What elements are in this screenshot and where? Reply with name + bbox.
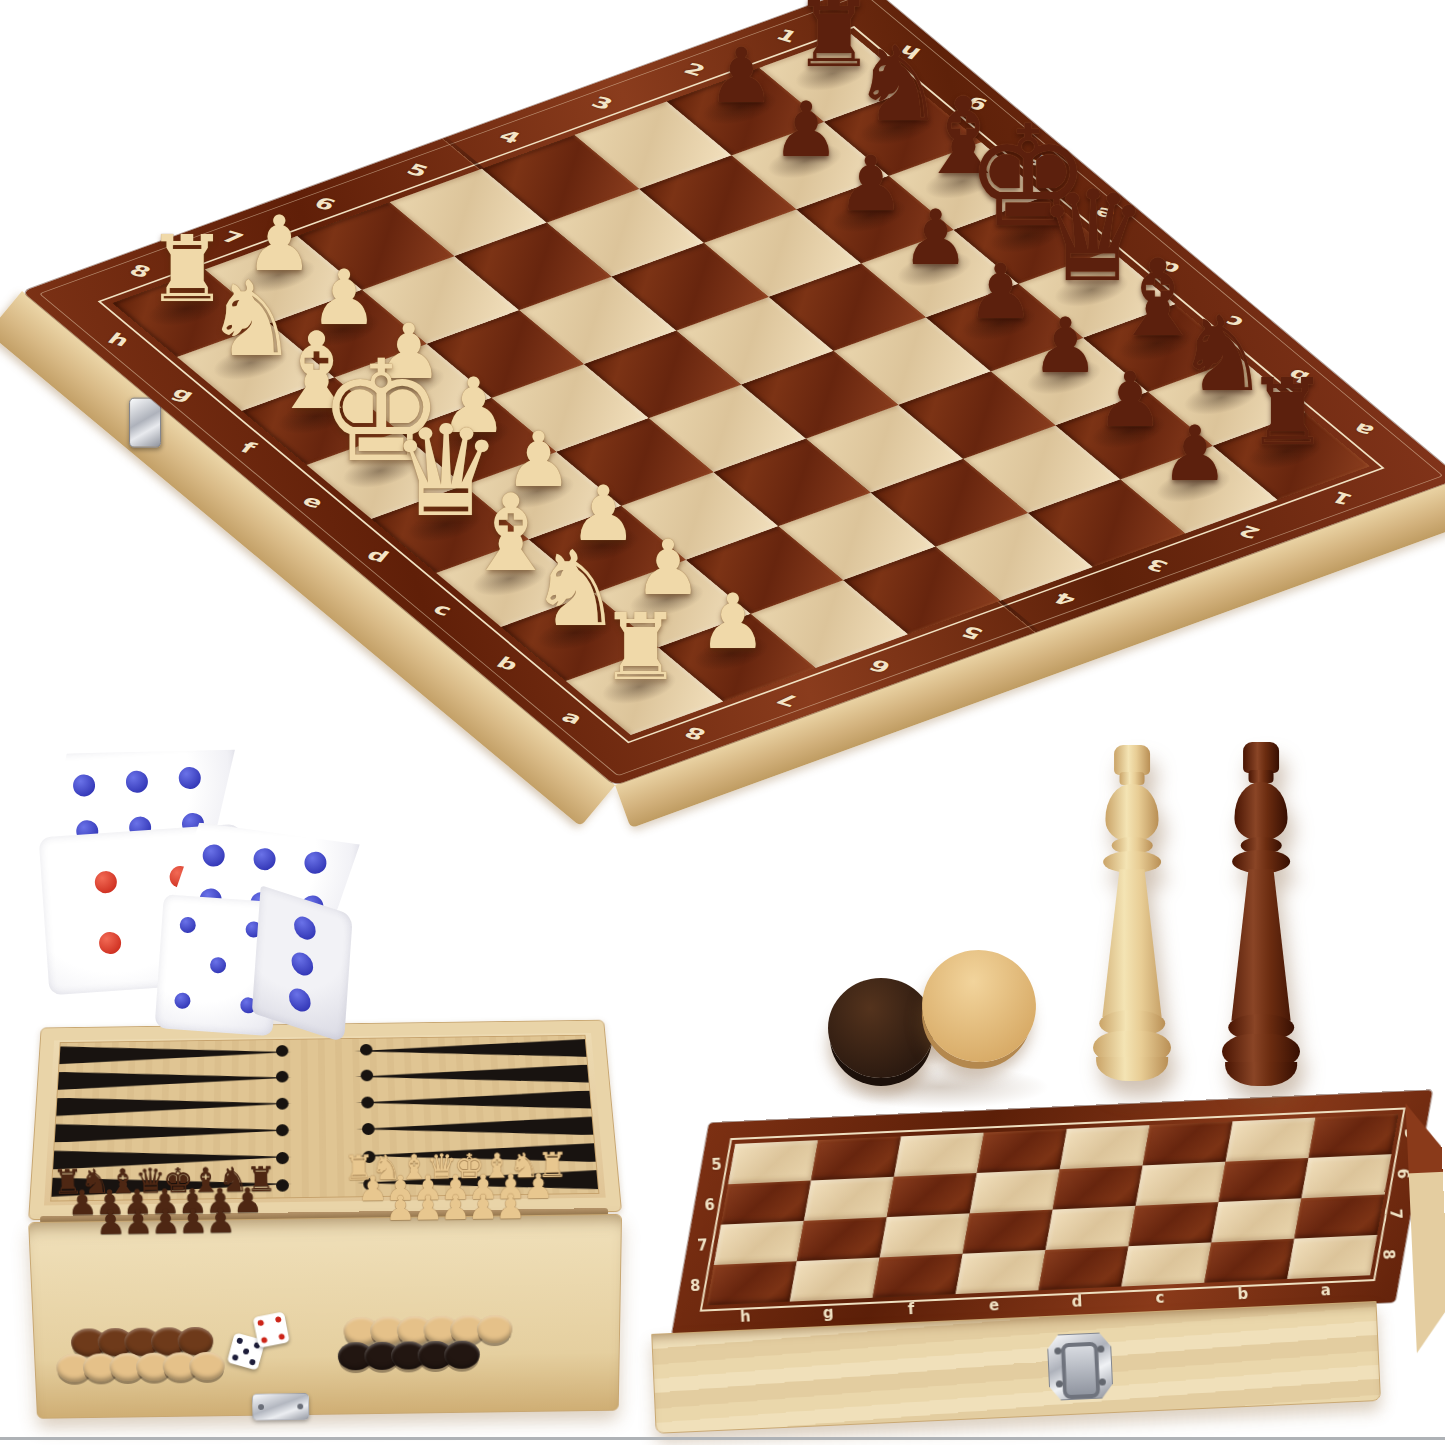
stored-checkers-row	[347, 1340, 480, 1370]
die-pip	[125, 770, 148, 793]
die-pip	[258, 1320, 265, 1327]
coordinate-label: a	[1320, 1281, 1331, 1299]
checker-light	[910, 938, 1048, 1074]
piece-shadow	[1144, 461, 1243, 510]
piece-shadow	[1172, 373, 1271, 422]
board-square	[894, 1133, 984, 1177]
coordinate-label: 7	[773, 690, 803, 710]
coordinate-label: 1	[1327, 488, 1357, 508]
backgammon-point	[56, 1095, 291, 1116]
main-chess-board: ♜♟♟♜♞♟♟♞♝♟♟♝♛♟♟♛♚♟♟♚♝♟♟♝♞♟♟♞♜♟♟♜ 1122334…	[22, 0, 1445, 785]
backgammon-dot	[275, 1071, 288, 1083]
die-pip	[178, 766, 201, 789]
coordinate-label: f	[908, 1300, 915, 1318]
coordinate-label: f	[1028, 151, 1052, 169]
piece-shadow	[913, 157, 1012, 206]
backgammon-point	[354, 1039, 586, 1060]
die-pip	[242, 1348, 249, 1355]
coordinate-label: a	[1349, 420, 1378, 440]
board-square	[1204, 1239, 1294, 1283]
coordinate-label: c	[1155, 1289, 1165, 1307]
coordinate-label: 7	[218, 227, 248, 247]
board-square	[797, 1217, 887, 1261]
board-latch-icon	[129, 398, 161, 448]
backgammon-dot	[360, 1070, 373, 1082]
coordinate-label: e	[298, 492, 328, 512]
backgammon-point	[356, 1117, 593, 1139]
board-square	[873, 1254, 963, 1298]
piece-shadow	[1107, 319, 1206, 368]
board-square	[707, 1261, 797, 1305]
die-pip	[291, 950, 314, 979]
board-square	[811, 1136, 901, 1180]
backgammon-point	[59, 1043, 291, 1064]
board-square	[1309, 1114, 1399, 1158]
stored-checker	[189, 1352, 225, 1380]
board-square	[1143, 1121, 1233, 1165]
die-pip	[72, 774, 95, 797]
backgammon-dot	[359, 1044, 372, 1056]
piece-shadow	[525, 608, 624, 657]
coordinate-label: g	[168, 383, 198, 403]
piece-shadow	[266, 392, 365, 441]
checker-dark	[828, 978, 934, 1078]
piece-shadow	[1015, 353, 1114, 402]
coordinate-label: h	[740, 1307, 751, 1325]
board-square	[1287, 1235, 1377, 1279]
coordinate-label: c	[429, 600, 456, 619]
coordinate-label: 5	[403, 160, 433, 180]
folded-board-side	[1406, 1102, 1445, 1353]
stored-checker	[444, 1340, 480, 1369]
coordinate-label: 6	[704, 1196, 715, 1214]
board-square	[1136, 1162, 1226, 1206]
coordinate-label: 8	[1379, 1249, 1397, 1260]
backgammon-dot	[275, 1045, 287, 1057]
die-pip	[210, 957, 227, 974]
coordinate-label: 2	[1235, 522, 1265, 542]
box-base: ♜♞♝♛♚♝♞♜♟♟♟♟♟♟♟♟♟♟♟♟ ♜♞♝♛♚♝♞♜♟♟♟♟♟♟♟♟♟♟♟…	[28, 1214, 622, 1419]
board-square	[1294, 1195, 1384, 1239]
coordinate-label: b	[492, 653, 522, 673]
piece-shadow	[1237, 427, 1336, 476]
piece-shadow	[331, 446, 430, 495]
folded-board-field	[707, 1114, 1399, 1306]
piece-shadow	[1080, 407, 1179, 456]
board-square	[1046, 1206, 1136, 1250]
board-square	[790, 1257, 880, 1301]
piece-shadow	[358, 359, 457, 408]
product-photo-canvas: { "game": "chess (3-in-1 folding wooden …	[0, 0, 1445, 1445]
backgammon-dot	[275, 1098, 288, 1110]
coordinate-label: 5	[957, 623, 987, 643]
coordinate-label: 1	[772, 26, 802, 46]
board-square	[714, 1221, 804, 1265]
coordinate-label: f	[237, 438, 261, 456]
die-pip	[303, 851, 326, 874]
board-square	[1053, 1165, 1143, 1209]
stored-checkers-row	[65, 1352, 225, 1382]
die-pip	[275, 1317, 282, 1324]
stored-checker	[477, 1315, 513, 1344]
open-wooden-box: ♜♞♝♛♚♝♞♜♟♟♟♟♟♟♟♟♟♟♟♟ ♜♞♝♛♚♝♞♜♟♟♟♟♟♟♟♟♟♟♟…	[25, 996, 623, 1426]
folded-board-clasp-icon	[1047, 1332, 1114, 1401]
backgammon-dot	[276, 1152, 289, 1164]
coordinate-label: 4	[495, 127, 525, 147]
main-board-field: ♜♟♟♜♞♟♟♞♝♟♟♝♛♟♟♛♚♟♟♚♝♟♟♝♞♟♟♞♜♟♟♜	[112, 34, 1370, 735]
die-pip	[202, 844, 225, 867]
coordinate-label: h	[895, 42, 925, 62]
coordinate-label: b	[1284, 366, 1314, 386]
coordinate-label: e	[989, 1296, 1000, 1314]
board-square	[1226, 1118, 1316, 1162]
piece-shadow	[885, 245, 984, 294]
backgammon-point	[58, 1069, 292, 1090]
piece-shadow	[756, 137, 855, 186]
coordinate-label: 2	[680, 59, 710, 79]
piece-shadow	[820, 191, 919, 240]
coordinate-label: e	[1090, 204, 1120, 224]
die-pip	[236, 1338, 243, 1345]
die-pip	[232, 1354, 239, 1361]
die-pip	[174, 992, 191, 1009]
die-pip	[180, 916, 197, 933]
coordinate-label: d	[1071, 1292, 1083, 1310]
die-pip	[94, 870, 117, 893]
coordinate-label: 3	[1142, 555, 1172, 575]
board-square	[1128, 1202, 1218, 1246]
piece-shadow	[460, 554, 559, 603]
board-square	[721, 1181, 811, 1225]
coordinate-label: b	[1237, 1285, 1249, 1303]
die-pip	[249, 1358, 256, 1365]
backgammon-point	[55, 1121, 292, 1143]
piece-shadow	[229, 251, 328, 300]
backgammon-dot	[361, 1096, 374, 1108]
stored-dark-pieces: ♜♞♝♛♚♝♞♜♟♟♟♟♟♟♟♟♟♟♟♟	[37, 1174, 289, 1239]
coordinate-label: 8	[680, 723, 710, 743]
coordinate-label: 8	[690, 1277, 701, 1295]
king-piece-light	[1093, 745, 1171, 1081]
piece-shadow	[294, 305, 393, 354]
board-square	[1301, 1154, 1391, 1198]
coordinate-label: 7	[697, 1236, 708, 1254]
piece-shadow	[201, 338, 300, 387]
die-pip	[261, 1336, 268, 1343]
coordinate-label: 6	[310, 194, 340, 214]
board-square	[887, 1173, 977, 1217]
coordinate-label: 7	[1386, 1208, 1404, 1219]
piece-shadow	[1042, 265, 1141, 314]
die-blue	[155, 820, 336, 1027]
mini-die-4	[253, 1312, 290, 1348]
piece-shadow	[950, 299, 1049, 348]
board-square	[1038, 1246, 1128, 1290]
box-front-clasp-icon	[252, 1393, 309, 1421]
backgammon-dot	[276, 1124, 289, 1136]
board-square	[804, 1177, 894, 1221]
board-square	[1211, 1198, 1301, 1242]
board-square	[963, 1210, 1053, 1254]
board-square	[977, 1129, 1067, 1173]
piece-shadow	[848, 103, 947, 152]
backgammon-point	[355, 1090, 591, 1111]
board-square	[1060, 1125, 1150, 1169]
piece-shadow	[553, 521, 652, 570]
coordinate-label: g	[823, 1304, 835, 1322]
stored-light-pieces: ♜♞♝♛♚♝♞♜♟♟♟♟♟♟♟♟♟♟♟♟	[328, 1159, 579, 1224]
board-square	[728, 1140, 818, 1184]
image-bottom-border	[0, 1437, 1445, 1440]
folded-board-top: 55667788hgfedcba	[672, 1090, 1433, 1335]
board-square	[880, 1213, 970, 1257]
piece-shadow	[488, 467, 587, 516]
backgammon-dot	[361, 1123, 374, 1135]
die-pip	[278, 1333, 285, 1340]
coordinate-label: c	[1220, 312, 1247, 331]
coordinate-label: a	[558, 708, 587, 728]
die-pip	[253, 847, 276, 870]
coordinate-label: h	[104, 329, 134, 349]
coordinate-label: d	[363, 545, 393, 565]
king-piece-dark	[1222, 742, 1300, 1086]
piece-shadow	[691, 83, 790, 132]
piece-shadow	[590, 662, 689, 711]
coordinate-label: 3	[587, 93, 617, 113]
board-square	[1121, 1242, 1211, 1286]
coordinate-label: 6	[865, 656, 895, 676]
piece-shadow	[423, 413, 522, 462]
die-pip	[98, 931, 121, 954]
piece-shadow	[978, 211, 1077, 260]
coordinate-label: 5	[711, 1156, 722, 1174]
piece-shadow	[396, 500, 495, 549]
board-square	[970, 1169, 1060, 1213]
piece-shadow	[618, 575, 717, 624]
board-square	[955, 1250, 1045, 1294]
piece-shadow	[783, 49, 882, 98]
coordinate-label: d	[1154, 258, 1184, 278]
coordinate-label: 8	[125, 261, 155, 281]
piece-shadow	[136, 284, 235, 333]
backgammon-point	[355, 1065, 589, 1086]
coordinate-label: 4	[1050, 589, 1080, 609]
die-pip	[288, 985, 311, 1014]
piece-shadow	[682, 629, 781, 678]
coordinate-label: g	[960, 96, 990, 116]
die-pip	[293, 914, 316, 943]
folded-chess-board: 55667788hgfedcba	[638, 1090, 1445, 1445]
board-square	[1218, 1158, 1308, 1202]
